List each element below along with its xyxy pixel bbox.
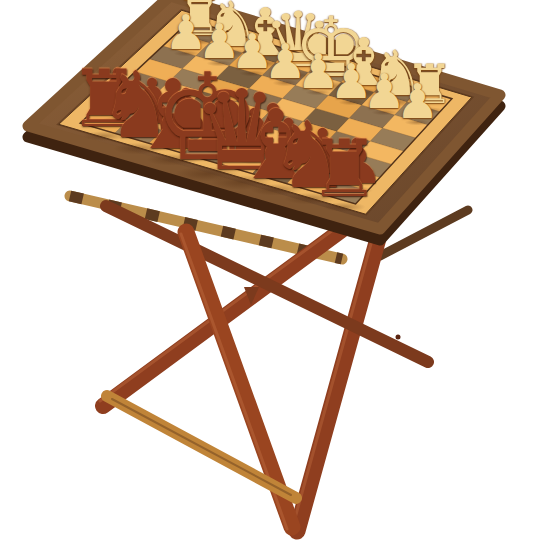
scene: ♜♞♝♚♛♝♞♜♟♟♟♟♟♟♟♟♟♟♟♟♟♟♟♟♜♞♝♛♚♝♞♜	[0, 0, 533, 541]
tabletop-chess-board	[0, 0, 533, 541]
